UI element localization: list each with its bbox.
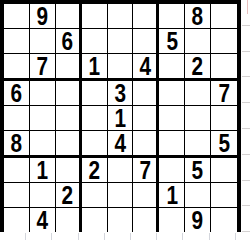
cell-r1c1[interactable] bbox=[4, 4, 30, 29]
cell-r5c3[interactable] bbox=[56, 106, 82, 131]
cell-r9c8[interactable]: 9 bbox=[185, 208, 211, 232]
cell-r2c7[interactable]: 5 bbox=[159, 29, 185, 54]
cell-r7c4[interactable]: 2 bbox=[82, 158, 108, 183]
cell-r1c6[interactable] bbox=[133, 4, 159, 29]
given-digit: 4 bbox=[37, 208, 49, 232]
cell-r4c6[interactable] bbox=[133, 81, 159, 106]
cell-r8c4[interactable] bbox=[82, 183, 108, 208]
cell-r8c9[interactable] bbox=[211, 183, 237, 208]
cell-r9c4[interactable] bbox=[82, 208, 108, 232]
cell-r4c8[interactable] bbox=[185, 81, 211, 106]
sudoku-board: 98657142637184512752149 bbox=[0, 0, 241, 232]
cell-r6c3[interactable] bbox=[56, 131, 82, 158]
cell-r4c3[interactable] bbox=[56, 81, 82, 106]
cell-r2c1[interactable] bbox=[4, 29, 30, 54]
given-digit: 5 bbox=[218, 131, 230, 155]
cell-r9c9[interactable] bbox=[211, 208, 237, 232]
given-digit: 7 bbox=[218, 81, 230, 105]
cell-r2c9[interactable] bbox=[211, 29, 237, 54]
given-digit: 1 bbox=[114, 106, 126, 130]
given-digit: 1 bbox=[166, 183, 178, 207]
given-digit: 4 bbox=[114, 131, 126, 155]
cell-r9c2[interactable]: 4 bbox=[30, 208, 56, 232]
given-digit: 6 bbox=[11, 81, 23, 105]
given-digit: 3 bbox=[114, 81, 126, 105]
cell-r4c2[interactable] bbox=[30, 81, 56, 106]
cell-r1c5[interactable] bbox=[108, 4, 134, 29]
cell-r7c8[interactable]: 5 bbox=[185, 158, 211, 183]
cell-r3c3[interactable] bbox=[56, 54, 82, 81]
given-digit: 7 bbox=[37, 54, 49, 78]
cell-r6c9[interactable]: 5 bbox=[211, 131, 237, 158]
cell-r6c1[interactable]: 8 bbox=[4, 131, 30, 158]
cell-r6c6[interactable] bbox=[133, 131, 159, 158]
cell-r5c8[interactable] bbox=[185, 106, 211, 131]
given-digit: 8 bbox=[11, 131, 23, 155]
cell-r9c5[interactable] bbox=[108, 208, 134, 232]
given-digit: 8 bbox=[192, 4, 204, 28]
given-digit: 5 bbox=[166, 29, 178, 53]
given-digit: 2 bbox=[192, 54, 204, 78]
cell-r5c6[interactable] bbox=[133, 106, 159, 131]
cell-r9c7[interactable] bbox=[159, 208, 185, 232]
cell-r3c9[interactable] bbox=[211, 54, 237, 81]
spreadsheet-gridline-remnants-right bbox=[242, 0, 250, 232]
spreadsheet-gridline-remnants-bottom bbox=[0, 233, 250, 240]
cell-r8c1[interactable] bbox=[4, 183, 30, 208]
cell-r6c8[interactable] bbox=[185, 131, 211, 158]
cell-r9c6[interactable] bbox=[133, 208, 159, 232]
cell-r7c9[interactable] bbox=[211, 158, 237, 183]
sudoku-screenshot: 98657142637184512752149 bbox=[0, 0, 250, 240]
cell-r6c5[interactable]: 4 bbox=[108, 131, 134, 158]
cell-r7c5[interactable] bbox=[108, 158, 134, 183]
cell-r3c7[interactable] bbox=[159, 54, 185, 81]
given-digit: 2 bbox=[88, 158, 100, 182]
cell-r8c6[interactable] bbox=[133, 183, 159, 208]
cell-r8c5[interactable] bbox=[108, 183, 134, 208]
cell-r5c7[interactable] bbox=[159, 106, 185, 131]
cell-r2c5[interactable] bbox=[108, 29, 134, 54]
cell-r4c9[interactable]: 7 bbox=[211, 81, 237, 106]
cell-r5c2[interactable] bbox=[30, 106, 56, 131]
given-digit: 4 bbox=[139, 54, 151, 78]
cell-r5c4[interactable] bbox=[82, 106, 108, 131]
cell-r2c3[interactable]: 6 bbox=[56, 29, 82, 54]
cell-r3c4[interactable]: 1 bbox=[82, 54, 108, 81]
cell-r6c7[interactable] bbox=[159, 131, 185, 158]
cell-r3c1[interactable] bbox=[4, 54, 30, 81]
cell-r1c8[interactable]: 8 bbox=[185, 4, 211, 29]
given-digit: 2 bbox=[61, 183, 73, 207]
cell-r7c1[interactable] bbox=[4, 158, 30, 183]
cell-r4c7[interactable] bbox=[159, 81, 185, 106]
cell-r4c4[interactable] bbox=[82, 81, 108, 106]
cell-r3c8[interactable]: 2 bbox=[185, 54, 211, 81]
given-digit: 1 bbox=[88, 54, 100, 78]
given-digit: 5 bbox=[192, 158, 204, 182]
cell-r9c1[interactable] bbox=[4, 208, 30, 232]
screen-edge-artifact bbox=[247, 0, 248, 14]
cell-r8c7[interactable]: 1 bbox=[159, 183, 185, 208]
cell-r4c1[interactable]: 6 bbox=[4, 81, 30, 106]
given-digit: 9 bbox=[192, 208, 204, 232]
cell-r1c9[interactable] bbox=[211, 4, 237, 29]
cell-r8c3[interactable]: 2 bbox=[56, 183, 82, 208]
cell-r1c2[interactable]: 9 bbox=[30, 4, 56, 29]
given-digit: 6 bbox=[61, 29, 73, 53]
cell-r7c2[interactable]: 1 bbox=[30, 158, 56, 183]
cell-r9c3[interactable] bbox=[56, 208, 82, 232]
cell-r6c4[interactable] bbox=[82, 131, 108, 158]
cell-r6c2[interactable] bbox=[30, 131, 56, 158]
cell-r3c5[interactable] bbox=[108, 54, 134, 81]
cell-r3c2[interactable]: 7 bbox=[30, 54, 56, 81]
given-digit: 7 bbox=[139, 158, 151, 182]
given-digit: 1 bbox=[37, 158, 49, 182]
cell-r1c4[interactable] bbox=[82, 4, 108, 29]
given-digit: 9 bbox=[37, 4, 49, 28]
cell-r7c6[interactable]: 7 bbox=[133, 158, 159, 183]
cell-r3c6[interactable]: 4 bbox=[133, 54, 159, 81]
